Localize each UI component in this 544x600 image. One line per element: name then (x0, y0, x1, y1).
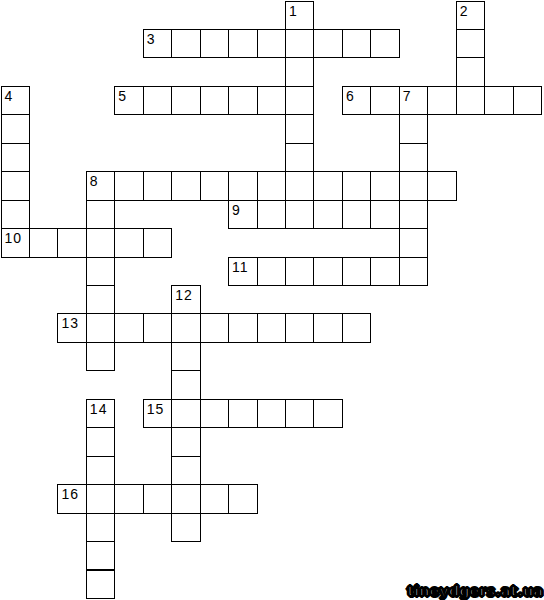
crossword-cell[interactable] (456, 86, 485, 115)
crossword-cell[interactable] (86, 228, 115, 257)
crossword-cell[interactable] (1, 114, 30, 143)
crossword-cell[interactable] (86, 513, 115, 542)
crossword-cell[interactable] (200, 313, 229, 342)
crossword-cell[interactable] (86, 484, 115, 513)
crossword-cell[interactable] (313, 29, 342, 58)
crossword-cell[interactable] (313, 313, 342, 342)
crossword-cell[interactable] (200, 484, 229, 513)
crossword-cell[interactable] (285, 200, 314, 229)
crossword-cell[interactable] (171, 86, 200, 115)
crossword-cell[interactable] (86, 171, 115, 200)
crossword-cell[interactable] (399, 228, 428, 257)
crossword-cell[interactable] (86, 427, 115, 456)
crossword-cell[interactable] (200, 86, 229, 115)
crossword-cell[interactable] (171, 427, 200, 456)
crossword-cell[interactable] (285, 29, 314, 58)
crossword-cell[interactable] (171, 171, 200, 200)
crossword-cell[interactable] (313, 171, 342, 200)
crossword-cell[interactable] (342, 86, 371, 115)
crossword-cell[interactable] (171, 313, 200, 342)
crossword-cell[interactable] (1, 143, 30, 172)
crossword-cell[interactable] (114, 171, 143, 200)
crossword-cell[interactable] (370, 29, 399, 58)
crossword-cell[interactable] (399, 200, 428, 229)
crossword-cell[interactable] (313, 257, 342, 286)
crossword-cell[interactable] (399, 257, 428, 286)
crossword-cell[interactable] (143, 29, 172, 58)
crossword-cell[interactable] (29, 228, 58, 257)
crossword-cell[interactable] (86, 285, 115, 314)
watermark: tineydgers.at.ua (407, 583, 543, 599)
crossword-cell[interactable] (86, 570, 115, 599)
crossword-cell[interactable] (257, 399, 286, 428)
crossword-cell[interactable] (1, 171, 30, 200)
crossword-cell[interactable] (228, 484, 257, 513)
crossword-cell[interactable] (86, 456, 115, 485)
crossword-cell[interactable] (342, 313, 371, 342)
crossword-cell[interactable] (342, 200, 371, 229)
crossword-cell[interactable] (57, 484, 86, 513)
crossword-cell[interactable] (342, 29, 371, 58)
crossword-cell[interactable] (57, 313, 86, 342)
crossword-cell[interactable] (257, 86, 286, 115)
crossword-cell[interactable] (399, 86, 428, 115)
crossword-cell[interactable] (285, 1, 314, 30)
crossword-cell[interactable] (143, 171, 172, 200)
crossword-cell[interactable] (1, 228, 30, 257)
crossword-cell[interactable] (228, 171, 257, 200)
crossword-cell[interactable] (200, 29, 229, 58)
crossword-cell[interactable] (143, 86, 172, 115)
crossword-cell[interactable] (285, 257, 314, 286)
crossword-cell[interactable] (228, 200, 257, 229)
crossword-cell[interactable] (427, 171, 456, 200)
crossword-cell[interactable] (257, 257, 286, 286)
crossword-cell[interactable] (171, 342, 200, 371)
crossword-cell[interactable] (285, 399, 314, 428)
crossword-cell[interactable] (1, 200, 30, 229)
crossword-cell[interactable] (370, 86, 399, 115)
crossword-cell[interactable] (200, 399, 229, 428)
crossword-cell[interactable] (370, 171, 399, 200)
crossword-cell[interactable] (285, 86, 314, 115)
crossword-cell[interactable] (86, 313, 115, 342)
crossword-cell[interactable] (370, 257, 399, 286)
crossword-cell[interactable] (171, 484, 200, 513)
crossword-cell[interactable] (114, 228, 143, 257)
crossword-cell[interactable] (171, 370, 200, 399)
crossword-cell[interactable] (228, 86, 257, 115)
crossword-cell[interactable] (313, 399, 342, 428)
crossword-cell[interactable] (171, 513, 200, 542)
crossword-cell[interactable] (513, 86, 542, 115)
crossword-cell[interactable] (171, 29, 200, 58)
crossword-cell[interactable] (143, 484, 172, 513)
crossword-cell[interactable] (228, 257, 257, 286)
crossword-cell[interactable] (285, 313, 314, 342)
crossword-cell[interactable] (257, 171, 286, 200)
crossword-cell[interactable] (456, 1, 485, 30)
crossword-cell[interactable] (285, 57, 314, 86)
crossword-cell[interactable] (342, 257, 371, 286)
crossword-cell[interactable] (114, 86, 143, 115)
crossword-cell[interactable] (86, 541, 115, 570)
crossword-board: 35689101113151612471214 (0, 0, 544, 600)
crossword-cell[interactable] (484, 86, 513, 115)
crossword-cell[interactable] (313, 200, 342, 229)
crossword-cell[interactable] (171, 399, 200, 428)
crossword-cell[interactable] (257, 29, 286, 58)
crossword-cell[interactable] (399, 114, 428, 143)
crossword-cell[interactable] (257, 313, 286, 342)
crossword-cell[interactable] (342, 171, 371, 200)
crossword-cell[interactable] (143, 313, 172, 342)
crossword-cell[interactable] (86, 342, 115, 371)
crossword-cell[interactable] (114, 313, 143, 342)
crossword-cell[interactable] (171, 285, 200, 314)
crossword-cell[interactable] (228, 29, 257, 58)
crossword-cell[interactable] (143, 228, 172, 257)
crossword-cell[interactable] (1, 86, 30, 115)
crossword-cell[interactable] (285, 143, 314, 172)
crossword-cell[interactable] (427, 86, 456, 115)
crossword-cell[interactable] (456, 57, 485, 86)
crossword-cell[interactable] (171, 456, 200, 485)
crossword-cell[interactable] (143, 399, 172, 428)
crossword-cell[interactable] (399, 143, 428, 172)
crossword-cell[interactable] (86, 200, 115, 229)
crossword-cell[interactable] (114, 484, 143, 513)
crossword-cell[interactable] (285, 114, 314, 143)
crossword-cell[interactable] (456, 29, 485, 58)
crossword-cell[interactable] (370, 200, 399, 229)
crossword-cell[interactable] (86, 399, 115, 428)
crossword-cell[interactable] (200, 171, 229, 200)
crossword-cell[interactable] (57, 228, 86, 257)
crossword-cell[interactable] (257, 200, 286, 229)
crossword-cell[interactable] (228, 313, 257, 342)
crossword-cell[interactable] (399, 171, 428, 200)
crossword-cell[interactable] (86, 257, 115, 286)
crossword-cell[interactable] (228, 399, 257, 428)
crossword-cell[interactable] (285, 171, 314, 200)
